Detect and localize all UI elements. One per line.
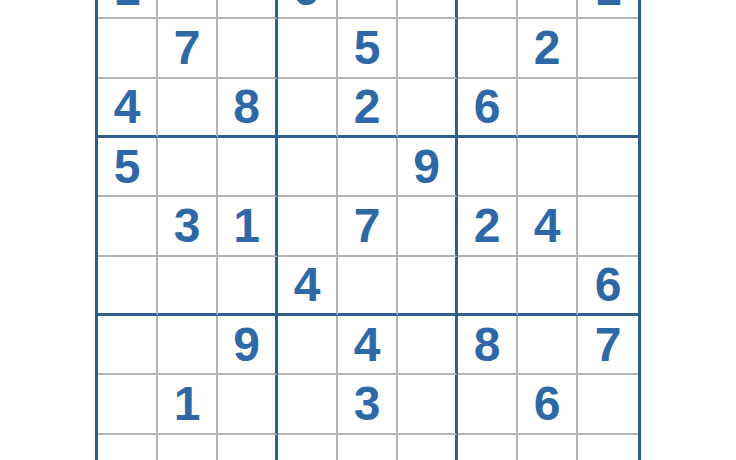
cell-r6c5[interactable] — [338, 257, 398, 316]
cell-r3c3[interactable]: 8 — [218, 79, 278, 138]
cell-r2c4[interactable] — [278, 19, 338, 78]
cell-r5c4[interactable] — [278, 197, 338, 256]
cell-r7c3[interactable]: 9 — [218, 316, 278, 375]
cell-r5c7[interactable]: 2 — [458, 197, 518, 256]
cell-r5c5[interactable]: 7 — [338, 197, 398, 256]
cell-r8c4[interactable] — [278, 375, 338, 434]
cell-r9c8[interactable] — [518, 435, 578, 460]
cell-r1c9[interactable]: 1 — [578, 0, 638, 19]
cell-r2c9[interactable] — [578, 19, 638, 78]
cell-r1c4[interactable]: 9 — [278, 0, 338, 19]
cell-r1c7[interactable] — [458, 0, 518, 19]
cell-r6c6[interactable] — [398, 257, 458, 316]
cell-r4c9[interactable] — [578, 138, 638, 197]
cell-r6c2[interactable] — [158, 257, 218, 316]
cell-r3c1[interactable]: 4 — [98, 79, 158, 138]
cell-r1c1[interactable]: 1 — [98, 0, 158, 19]
cell-r7c4[interactable] — [278, 316, 338, 375]
cell-r9c7[interactable] — [458, 435, 518, 460]
cell-r4c1[interactable]: 5 — [98, 138, 158, 197]
cell-r5c9[interactable] — [578, 197, 638, 256]
cell-r2c6[interactable] — [398, 19, 458, 78]
cell-r6c7[interactable] — [458, 257, 518, 316]
cell-r4c7[interactable] — [458, 138, 518, 197]
cell-r9c4[interactable] — [278, 435, 338, 460]
cell-r3c8[interactable] — [518, 79, 578, 138]
cell-r5c8[interactable]: 4 — [518, 197, 578, 256]
cell-r9c2[interactable] — [158, 435, 218, 460]
cell-r5c6[interactable] — [398, 197, 458, 256]
cell-r8c6[interactable] — [398, 375, 458, 434]
cell-r4c4[interactable] — [278, 138, 338, 197]
cell-r6c3[interactable] — [218, 257, 278, 316]
cell-r4c6[interactable]: 9 — [398, 138, 458, 197]
cell-r7c9[interactable]: 7 — [578, 316, 638, 375]
cell-r3c2[interactable] — [158, 79, 218, 138]
cell-r7c7[interactable]: 8 — [458, 316, 518, 375]
cell-r9c1[interactable] — [98, 435, 158, 460]
cell-r1c3[interactable] — [218, 0, 278, 19]
cell-r8c3[interactable] — [218, 375, 278, 434]
cell-r8c7[interactable] — [458, 375, 518, 434]
cell-r2c8[interactable]: 2 — [518, 19, 578, 78]
cell-r3c9[interactable] — [578, 79, 638, 138]
cell-r1c8[interactable] — [518, 0, 578, 19]
cell-r1c6[interactable] — [398, 0, 458, 19]
cell-r9c3[interactable] — [218, 435, 278, 460]
cell-r2c3[interactable] — [218, 19, 278, 78]
cell-r7c5[interactable]: 4 — [338, 316, 398, 375]
cell-r7c2[interactable] — [158, 316, 218, 375]
cell-r5c3[interactable]: 1 — [218, 197, 278, 256]
cell-r3c6[interactable] — [398, 79, 458, 138]
cell-r4c3[interactable] — [218, 138, 278, 197]
cell-r9c6[interactable] — [398, 435, 458, 460]
cell-r3c7[interactable]: 6 — [458, 79, 518, 138]
cell-r8c8[interactable]: 6 — [518, 375, 578, 434]
cell-r6c8[interactable] — [518, 257, 578, 316]
cell-r3c4[interactable] — [278, 79, 338, 138]
cell-r3c5[interactable]: 2 — [338, 79, 398, 138]
cell-r2c5[interactable]: 5 — [338, 19, 398, 78]
cell-r4c2[interactable] — [158, 138, 218, 197]
cell-r8c9[interactable] — [578, 375, 638, 434]
cell-r6c1[interactable] — [98, 257, 158, 316]
cell-r8c1[interactable] — [98, 375, 158, 434]
sudoku-board: 19175248265931724469487136 — [95, 0, 641, 460]
cell-r7c1[interactable] — [98, 316, 158, 375]
cell-r2c7[interactable] — [458, 19, 518, 78]
cell-r8c5[interactable]: 3 — [338, 375, 398, 434]
cell-r6c4[interactable]: 4 — [278, 257, 338, 316]
cell-r1c2[interactable] — [158, 0, 218, 19]
cell-r7c8[interactable] — [518, 316, 578, 375]
cell-r5c2[interactable]: 3 — [158, 197, 218, 256]
cell-r6c9[interactable]: 6 — [578, 257, 638, 316]
cell-r8c2[interactable]: 1 — [158, 375, 218, 434]
cell-r9c5[interactable] — [338, 435, 398, 460]
cell-r2c1[interactable] — [98, 19, 158, 78]
cell-r9c9[interactable] — [578, 435, 638, 460]
cell-r7c6[interactable] — [398, 316, 458, 375]
cell-r4c8[interactable] — [518, 138, 578, 197]
cell-r2c2[interactable]: 7 — [158, 19, 218, 78]
page-background: 19175248265931724469487136 — [0, 0, 736, 460]
cell-r5c1[interactable] — [98, 197, 158, 256]
cell-r4c5[interactable] — [338, 138, 398, 197]
cell-r1c5[interactable] — [338, 0, 398, 19]
